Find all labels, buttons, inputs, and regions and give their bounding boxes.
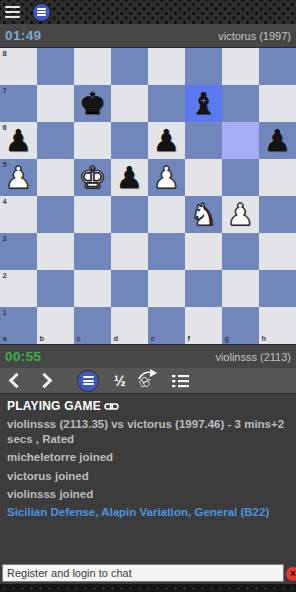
square-d2[interactable] [111,270,148,307]
square-h2[interactable] [259,270,296,307]
rank-label-3: 3 [3,235,7,243]
square-a2[interactable]: 2 [0,270,37,307]
square-e2[interactable] [148,270,185,307]
white-pawn: ♟ [153,159,180,196]
square-g2[interactable] [222,270,259,307]
square-d5[interactable]: ♟ [111,159,148,196]
square-g4[interactable]: ♟ [222,196,259,233]
rank-label-8: 8 [3,50,7,58]
square-c6[interactable] [74,122,111,159]
rank-label-1: 1 [3,309,7,317]
app-menu-circle-icon[interactable] [33,4,50,21]
game-menu-button[interactable] [78,371,98,391]
square-b8[interactable] [37,48,74,85]
square-c8[interactable] [74,48,111,85]
black-pawn: ♟ [264,122,291,159]
game-menu-circle-icon [78,371,98,391]
square-f7[interactable]: ♝ [185,85,222,122]
file-label-d: d [114,335,119,343]
square-h8[interactable] [259,48,296,85]
square-e3[interactable] [148,233,185,270]
square-a7[interactable]: 7 [0,85,37,122]
event-line: violinsss joined [7,487,289,502]
resign-arrow-icon [136,369,158,381]
square-d1[interactable]: d [111,307,148,344]
resign-button[interactable]: ♔ [136,370,158,392]
square-e6[interactable]: ♟ [148,122,185,159]
black-bishop: ♝ [190,85,217,122]
square-e5[interactable]: ♟ [148,159,185,196]
square-e7[interactable] [148,85,185,122]
white-pawn: ♟ [5,159,32,196]
bottom-wallpaper-strip [0,584,296,592]
move-list-button[interactable] [172,374,189,388]
square-f6[interactable] [185,122,222,159]
top-player-bar: 01:49 victorus (1997) [0,24,296,48]
bottom-player-clock: 00:55 [5,349,42,364]
chat-bar: × [0,562,296,584]
square-c2[interactable] [74,270,111,307]
next-move-button[interactable] [37,373,53,389]
rank-label-2: 2 [3,272,7,280]
status-bar [0,0,296,24]
file-label-a: a [3,335,7,343]
file-label-e: e [151,335,155,343]
playing-game-title: PLAYING GAME [7,399,101,413]
white-pawn: ♟ [227,196,254,233]
square-h1[interactable]: h [259,307,296,344]
rank-label-6: 6 [3,124,7,132]
square-b3[interactable] [37,233,74,270]
square-d8[interactable] [111,48,148,85]
square-f1[interactable]: f [185,307,222,344]
white-knight: ♞ [190,196,217,233]
square-b6[interactable] [37,122,74,159]
square-f8[interactable] [185,48,222,85]
square-a8[interactable]: 8 [0,48,37,85]
square-h7[interactable] [259,85,296,122]
bottom-player-name: violinsss (2113) [215,351,291,363]
game-controls-bar: ½ ♔ [0,368,296,394]
square-g7[interactable] [222,85,259,122]
square-c5[interactable]: ♚ [74,159,111,196]
bottom-player-bar: 00:55 violinsss (2113) [0,344,296,368]
file-label-f: f [188,335,191,343]
file-label-b: b [40,335,45,343]
info-header: PLAYING GAME [7,399,289,413]
square-e1[interactable]: e [148,307,185,344]
square-e8[interactable] [148,48,185,85]
link-icon [104,401,119,412]
opening-name-link[interactable]: Sicilian Defense, Alapin Variation, Gene… [7,505,289,520]
square-c3[interactable] [74,233,111,270]
square-d6[interactable] [111,122,148,159]
white-king: ♚ [79,159,106,196]
square-f2[interactable] [185,270,222,307]
square-d4[interactable] [111,196,148,233]
square-g8[interactable] [222,48,259,85]
rank-label-7: 7 [3,87,7,95]
chat-input[interactable] [2,564,284,582]
square-b7[interactable] [37,85,74,122]
hamburger-menu-icon[interactable] [5,6,20,18]
square-c7[interactable]: ♚ [74,85,111,122]
square-b4[interactable] [37,196,74,233]
black-pawn: ♟ [153,122,180,159]
match-description: violinsss (2113.35) vs victorus (1997.46… [7,417,289,447]
square-f5[interactable] [185,159,222,196]
square-f4[interactable]: ♞ [185,196,222,233]
square-c1[interactable]: c [74,307,111,344]
top-player-name: victorus (1997) [218,30,291,42]
move-list-icon [172,374,189,388]
square-b5[interactable] [37,159,74,196]
previous-move-button[interactable] [9,373,25,389]
square-g1[interactable]: g [222,307,259,344]
black-king: ♚ [79,85,106,122]
top-player-clock: 01:49 [5,28,42,43]
square-c4[interactable] [74,196,111,233]
square-g6[interactable] [222,122,259,159]
square-b1[interactable]: b [37,307,74,344]
square-b2[interactable] [37,270,74,307]
offer-draw-button[interactable]: ½ [114,373,126,389]
square-a4[interactable]: 4 [0,196,37,233]
square-a5[interactable]: 5♟ [0,159,37,196]
square-a6[interactable]: 6♟ [0,122,37,159]
black-pawn: ♟ [116,159,143,196]
square-h3[interactable] [259,233,296,270]
square-h4[interactable] [259,196,296,233]
file-label-g: g [225,335,230,343]
square-h6[interactable]: ♟ [259,122,296,159]
game-info-panel: PLAYING GAME violinsss (2113.35) vs vict… [0,394,296,562]
square-a1[interactable]: 1a [0,307,37,344]
rank-label-4: 4 [3,198,7,206]
square-d3[interactable] [111,233,148,270]
square-g5[interactable] [222,159,259,196]
square-a3[interactable]: 3 [0,233,37,270]
chat-disabled-icon: × [286,567,296,581]
file-label-h: h [262,335,267,343]
event-line: micheletorre joined [7,450,289,465]
file-label-c: c [77,335,81,343]
black-pawn: ♟ [5,122,32,159]
event-line: victorus joined [7,469,289,484]
chess-app: 01:49 victorus (1997) 87♚♝6♟♟♟5♟♚♟♟4♞♟32… [0,0,296,592]
square-d7[interactable] [111,85,148,122]
square-e4[interactable] [148,196,185,233]
rank-label-5: 5 [3,161,7,169]
chess-board: 87♚♝6♟♟♟5♟♚♟♟4♞♟321abcdefgh [0,48,296,344]
square-g3[interactable] [222,233,259,270]
square-f3[interactable] [185,233,222,270]
square-h5[interactable] [259,159,296,196]
